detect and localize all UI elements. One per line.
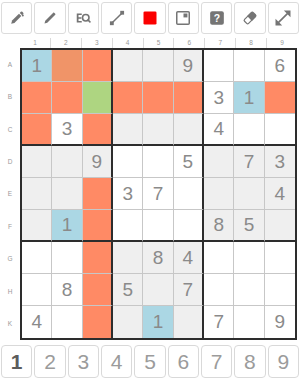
cell-A1[interactable]: 1 <box>22 50 52 82</box>
cell-F2[interactable]: 1 <box>52 210 82 242</box>
cell-G8[interactable] <box>234 242 264 274</box>
row-label: G <box>7 255 12 262</box>
cell-E5[interactable]: 7 <box>143 178 173 210</box>
minimap-icon <box>173 8 193 28</box>
column-label: 5 <box>144 38 175 48</box>
column-label: 9 <box>267 38 297 48</box>
cell-B6[interactable] <box>174 82 204 114</box>
cell-H7[interactable] <box>204 274 234 306</box>
cell-B1[interactable] <box>22 82 52 114</box>
cell-B3[interactable] <box>83 82 113 114</box>
cell-G2[interactable] <box>52 242 82 274</box>
cell-F7[interactable]: 8 <box>204 210 234 242</box>
expand-arrows-icon <box>273 8 293 28</box>
cell-A7[interactable] <box>204 50 234 82</box>
cell-D2[interactable] <box>52 146 82 178</box>
cell-F9[interactable] <box>265 210 295 242</box>
row-label: C <box>8 126 13 133</box>
digit-button-2[interactable]: 2 <box>34 345 65 378</box>
cell-E2[interactable] <box>52 178 82 210</box>
cell-K8[interactable] <box>234 306 264 338</box>
cell-A8[interactable] <box>234 50 264 82</box>
cell-B2[interactable] <box>52 82 82 114</box>
cell-F4[interactable] <box>113 210 143 242</box>
fullscreen-button[interactable] <box>268 2 299 34</box>
column-label: 7 <box>205 38 236 48</box>
cell-D3[interactable]: 9 <box>83 146 113 178</box>
digit-button-7[interactable]: 7 <box>201 345 232 378</box>
digit-button-5[interactable]: 5 <box>134 345 165 378</box>
cell-H2[interactable]: 8 <box>52 274 82 306</box>
find-magnifier-icon <box>73 8 93 28</box>
digit-button-6[interactable]: 6 <box>168 345 199 378</box>
cell-F5[interactable] <box>143 210 173 242</box>
overview-button[interactable] <box>168 2 199 34</box>
column-label: 3 <box>82 38 113 48</box>
digit-pad: 123456789 <box>0 345 300 378</box>
cell-A9[interactable]: 6 <box>265 50 295 82</box>
cell-G3[interactable] <box>83 242 113 274</box>
cell-F3[interactable] <box>83 210 113 242</box>
column-label: 8 <box>236 38 267 48</box>
cell-A2[interactable] <box>52 50 82 82</box>
cell-G9[interactable] <box>265 242 295 274</box>
cell-B9[interactable] <box>265 82 295 114</box>
cell-G6[interactable]: 4 <box>174 242 204 274</box>
cell-G1[interactable] <box>22 242 52 274</box>
cell-E9[interactable]: 4 <box>265 178 295 210</box>
help-button[interactable]: ? <box>201 2 232 34</box>
cell-G7[interactable] <box>204 242 234 274</box>
pen-icon <box>7 8 27 28</box>
column-labels: 123456789 <box>20 38 297 48</box>
cell-C9[interactable] <box>265 114 295 146</box>
row-label: H <box>8 288 13 295</box>
cell-H9[interactable] <box>265 274 295 306</box>
toolbar: ? <box>0 0 300 35</box>
red-square-icon <box>140 8 160 28</box>
svg-text:?: ? <box>213 13 219 24</box>
cell-K2[interactable] <box>52 306 82 338</box>
cell-K7[interactable]: 7 <box>204 306 234 338</box>
cell-D1[interactable] <box>22 146 52 178</box>
column-label: 4 <box>113 38 144 48</box>
cell-E1[interactable] <box>22 178 52 210</box>
digit-button-4[interactable]: 4 <box>101 345 132 378</box>
cell-A6[interactable]: 9 <box>174 50 204 82</box>
cell-G5[interactable]: 8 <box>143 242 173 274</box>
cell-H1[interactable] <box>22 274 52 306</box>
cell-H3[interactable] <box>83 274 113 306</box>
cell-K6[interactable] <box>174 306 204 338</box>
row-label: K <box>8 320 12 327</box>
cell-B8[interactable]: 1 <box>234 82 264 114</box>
cell-E8[interactable] <box>234 178 264 210</box>
cell-A5[interactable] <box>143 50 173 82</box>
cell-C1[interactable] <box>22 114 52 146</box>
cell-C3[interactable] <box>83 114 113 146</box>
column-label: 6 <box>174 38 205 48</box>
cell-D5[interactable] <box>143 146 173 178</box>
cell-K5[interactable]: 1 <box>143 306 173 338</box>
cell-B4[interactable] <box>113 82 143 114</box>
cell-C7[interactable]: 4 <box>204 114 234 146</box>
column-label: 1 <box>20 38 51 48</box>
cell-E6[interactable] <box>174 178 204 210</box>
cell-H8[interactable] <box>234 274 264 306</box>
cell-H5[interactable] <box>143 274 173 306</box>
cell-C8[interactable] <box>234 114 264 146</box>
cell-B7[interactable]: 3 <box>204 82 234 114</box>
grid: 19631349573374185848574179 <box>20 48 297 340</box>
cell-D8[interactable]: 7 <box>234 146 264 178</box>
line-tool-icon <box>107 8 127 28</box>
cell-D4[interactable] <box>113 146 143 178</box>
pen-tool-button[interactable] <box>1 2 32 34</box>
cell-F8[interactable]: 5 <box>234 210 264 242</box>
cell-K9[interactable]: 9 <box>265 306 295 338</box>
cell-K4[interactable] <box>113 306 143 338</box>
cell-C5[interactable] <box>143 114 173 146</box>
row-label: F <box>8 223 12 230</box>
cell-E4[interactable]: 3 <box>113 178 143 210</box>
sudoku-app: ? 123456789 ABCDEFGHK 196313495733741858… <box>0 0 300 378</box>
row-label: D <box>8 158 13 165</box>
line-tool-button[interactable] <box>101 2 132 34</box>
cell-A4[interactable] <box>113 50 143 82</box>
find-tool-button[interactable] <box>68 2 99 34</box>
cell-D7[interactable] <box>204 146 234 178</box>
cell-C4[interactable] <box>113 114 143 146</box>
column-label: 2 <box>51 38 82 48</box>
row-label: B <box>8 93 12 100</box>
row-label: E <box>8 190 12 197</box>
cell-D9[interactable]: 3 <box>265 146 295 178</box>
pencil-icon <box>40 8 60 28</box>
row-labels: ABCDEFGHK <box>0 48 20 340</box>
cell-D6[interactable]: 5 <box>174 146 204 178</box>
color-swatch-button[interactable] <box>134 2 165 34</box>
cell-E3[interactable] <box>83 178 113 210</box>
pencil-tool-button[interactable] <box>34 2 65 34</box>
sudoku-board: ABCDEFGHK 19631349573374185848574179 <box>0 48 300 340</box>
cell-B5[interactable] <box>143 82 173 114</box>
digit-button-9[interactable]: 9 <box>268 345 299 378</box>
cell-H4[interactable]: 5 <box>113 274 143 306</box>
cell-K3[interactable] <box>83 306 113 338</box>
cell-A3[interactable] <box>83 50 113 82</box>
eraser-button[interactable] <box>234 2 265 34</box>
digit-button-3[interactable]: 3 <box>68 345 99 378</box>
row-label: A <box>8 61 12 68</box>
cell-E7[interactable] <box>204 178 234 210</box>
cell-C6[interactable] <box>174 114 204 146</box>
digit-button-8[interactable]: 8 <box>234 345 265 378</box>
digit-button-1[interactable]: 1 <box>1 345 32 378</box>
cell-F1[interactable] <box>22 210 52 242</box>
cell-F6[interactable] <box>174 210 204 242</box>
cell-H6[interactable]: 7 <box>174 274 204 306</box>
cell-K1[interactable]: 4 <box>22 306 52 338</box>
cell-C2[interactable]: 3 <box>52 114 82 146</box>
eraser-icon <box>240 8 260 28</box>
cell-G4[interactable] <box>113 242 143 274</box>
question-mark-icon: ? <box>207 8 227 28</box>
